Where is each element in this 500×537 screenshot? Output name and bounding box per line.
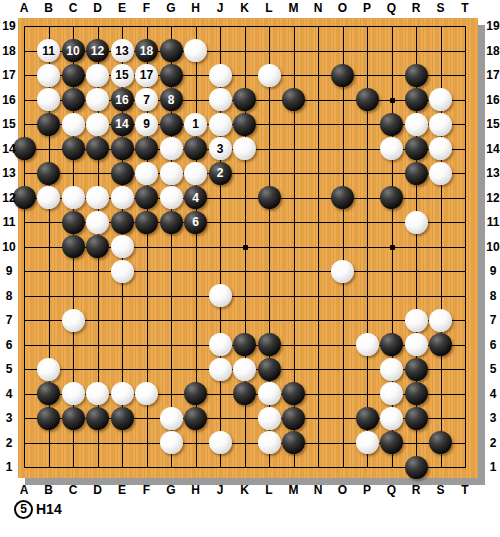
- stone-F16[interactable]: 7: [135, 88, 158, 111]
- coord-right-3: 3: [484, 411, 500, 425]
- stone-R15[interactable]: [405, 113, 428, 136]
- coord-top-D: D: [87, 1, 109, 15]
- stone-R4[interactable]: [405, 382, 428, 405]
- stone-B4[interactable]: [37, 382, 60, 405]
- coord-bottom-B: B: [38, 483, 60, 497]
- stone-F4[interactable]: [135, 382, 158, 405]
- stone-S16[interactable]: [429, 88, 452, 111]
- stone-E17[interactable]: 15: [111, 64, 134, 87]
- coord-bottom-K: K: [234, 483, 256, 497]
- coord-right-4: 4: [484, 387, 500, 401]
- stone-C3[interactable]: [62, 407, 85, 430]
- stone-S7[interactable]: [429, 309, 452, 332]
- stone-J13[interactable]: 2: [209, 162, 232, 185]
- move-number-label: 12: [91, 45, 104, 57]
- stone-L17[interactable]: [258, 64, 281, 87]
- stone-B3[interactable]: [37, 407, 60, 430]
- stone-Q5[interactable]: [380, 358, 403, 381]
- coord-top-T: T: [454, 1, 476, 15]
- stone-O17[interactable]: [331, 64, 354, 87]
- stone-K6[interactable]: [233, 333, 256, 356]
- stone-R16[interactable]: [405, 88, 428, 111]
- stone-H3[interactable]: [184, 407, 207, 430]
- move-number-label: 16: [115, 94, 128, 106]
- move-number-label: 14: [115, 118, 128, 130]
- coord-left-17: 17: [0, 68, 18, 82]
- stone-J15[interactable]: [209, 113, 232, 136]
- stone-K15[interactable]: [233, 113, 256, 136]
- stone-E3[interactable]: [111, 407, 134, 430]
- move-number-label: 4: [192, 192, 199, 204]
- stone-G13[interactable]: [160, 162, 183, 185]
- stone-C15[interactable]: [62, 113, 85, 136]
- coord-left-13: 13: [0, 166, 18, 180]
- stone-M4[interactable]: [282, 382, 305, 405]
- grid-line-horizontal-8: [24, 296, 466, 297]
- stone-G2[interactable]: [160, 431, 183, 454]
- move-number-label: 18: [140, 45, 153, 57]
- stone-M16[interactable]: [282, 88, 305, 111]
- stone-C18[interactable]: 10: [62, 39, 85, 62]
- stone-F14[interactable]: [135, 137, 158, 160]
- stone-C7[interactable]: [62, 309, 85, 332]
- move-number-label: 1: [192, 118, 199, 130]
- move-5-circle-icon: 5: [14, 500, 33, 519]
- star-point-Q16: [390, 98, 395, 103]
- stone-R13[interactable]: [405, 162, 428, 185]
- stone-C12[interactable]: [62, 186, 85, 209]
- coord-right-6: 6: [484, 338, 500, 352]
- coord-right-2: 2: [484, 436, 500, 450]
- coord-bottom-J: J: [209, 483, 231, 497]
- coord-left-7: 7: [0, 313, 18, 327]
- stone-R14[interactable]: [405, 137, 428, 160]
- stone-E15[interactable]: 14: [111, 113, 134, 136]
- coord-right-18: 18: [484, 44, 500, 58]
- stone-B5[interactable]: [37, 358, 60, 381]
- coord-left-19: 19: [0, 19, 18, 33]
- stone-Q12[interactable]: [380, 186, 403, 209]
- stone-D14[interactable]: [86, 137, 109, 160]
- coord-top-E: E: [111, 1, 133, 15]
- go-board-area: 11101213181517167814913246 AABBCCDDEEFFG…: [0, 0, 500, 500]
- coord-top-Q: Q: [381, 1, 403, 15]
- stone-B18[interactable]: 11: [37, 39, 60, 62]
- move-number-label: 2: [217, 167, 224, 179]
- coord-left-4: 4: [0, 387, 18, 401]
- coord-top-B: B: [38, 1, 60, 15]
- grid-line-vertical-O: [343, 26, 344, 468]
- move-number-label: 9: [143, 118, 150, 130]
- goban[interactable]: 11101213181517167814913246: [18, 18, 478, 478]
- coord-top-A: A: [13, 1, 35, 15]
- coord-bottom-A: A: [13, 483, 35, 497]
- coord-top-J: J: [209, 1, 231, 15]
- stone-B12[interactable]: [37, 186, 60, 209]
- stone-B15[interactable]: [37, 113, 60, 136]
- stone-K16[interactable]: [233, 88, 256, 111]
- stone-D17[interactable]: [86, 64, 109, 87]
- stone-G17[interactable]: [160, 64, 183, 87]
- coord-right-15: 15: [484, 117, 500, 131]
- stone-H13[interactable]: [184, 162, 207, 185]
- stone-G14[interactable]: [160, 137, 183, 160]
- stone-D10[interactable]: [86, 235, 109, 258]
- coord-right-13: 13: [484, 166, 500, 180]
- stone-F15[interactable]: 9: [135, 113, 158, 136]
- stone-Q15[interactable]: [380, 113, 403, 136]
- stone-F13[interactable]: [135, 162, 158, 185]
- coord-right-12: 12: [484, 191, 500, 205]
- stone-G16[interactable]: 8: [160, 88, 183, 111]
- stone-E9[interactable]: [111, 260, 134, 283]
- coord-left-15: 15: [0, 117, 18, 131]
- move-number-label: 15: [115, 69, 128, 81]
- stone-E4[interactable]: [111, 382, 134, 405]
- stone-R5[interactable]: [405, 358, 428, 381]
- stone-Q14[interactable]: [380, 137, 403, 160]
- stone-C16[interactable]: [62, 88, 85, 111]
- stone-F12[interactable]: [135, 186, 158, 209]
- coord-top-C: C: [62, 1, 84, 15]
- coord-bottom-O: O: [332, 483, 354, 497]
- stone-R11[interactable]: [405, 211, 428, 234]
- coord-bottom-L: L: [258, 483, 280, 497]
- stone-S13[interactable]: [429, 162, 452, 185]
- stone-K5[interactable]: [233, 358, 256, 381]
- stone-H18[interactable]: [184, 39, 207, 62]
- coord-bottom-S: S: [430, 483, 452, 497]
- stone-S2[interactable]: [429, 431, 452, 454]
- stone-K14[interactable]: [233, 137, 256, 160]
- stone-B16[interactable]: [37, 88, 60, 111]
- stone-L4[interactable]: [258, 382, 281, 405]
- stone-L3[interactable]: [258, 407, 281, 430]
- grid-line-vertical-T: [465, 26, 466, 468]
- stone-D12[interactable]: [86, 186, 109, 209]
- coord-top-L: L: [258, 1, 280, 15]
- coord-top-R: R: [405, 1, 427, 15]
- move-number-label: 10: [66, 45, 79, 57]
- coord-left-3: 3: [0, 411, 18, 425]
- move-number-label: 8: [168, 94, 175, 106]
- coord-left-2: 2: [0, 436, 18, 450]
- stone-G12[interactable]: [160, 186, 183, 209]
- stone-Q4[interactable]: [380, 382, 403, 405]
- stone-M3[interactable]: [282, 407, 305, 430]
- stone-H4[interactable]: [184, 382, 207, 405]
- coord-bottom-H: H: [185, 483, 207, 497]
- grid-line-horizontal-7: [24, 320, 466, 321]
- stone-F18[interactable]: 18: [135, 39, 158, 62]
- stone-E12[interactable]: [111, 186, 134, 209]
- coord-top-K: K: [234, 1, 256, 15]
- stone-H14[interactable]: [184, 137, 207, 160]
- coord-top-F: F: [136, 1, 158, 15]
- coord-left-8: 8: [0, 289, 18, 303]
- coord-bottom-N: N: [307, 483, 329, 497]
- coord-left-11: 11: [0, 215, 18, 229]
- grid-line-vertical-N: [318, 26, 319, 468]
- coord-bottom-D: D: [87, 483, 109, 497]
- coord-left-14: 14: [0, 142, 18, 156]
- move-annotation: 5 H14: [14, 497, 62, 521]
- stone-K4[interactable]: [233, 382, 256, 405]
- stone-B17[interactable]: [37, 64, 60, 87]
- stone-D4[interactable]: [86, 382, 109, 405]
- coord-top-S: S: [430, 1, 452, 15]
- coord-top-P: P: [356, 1, 378, 15]
- stone-G15[interactable]: [160, 113, 183, 136]
- stone-Q6[interactable]: [380, 333, 403, 356]
- move-5-point-label: H14: [36, 501, 62, 517]
- stone-H12[interactable]: 4: [184, 186, 207, 209]
- coord-top-O: O: [332, 1, 354, 15]
- stone-E14[interactable]: [111, 137, 134, 160]
- coord-left-9: 9: [0, 264, 18, 278]
- coord-right-17: 17: [484, 68, 500, 82]
- coord-bottom-M: M: [283, 483, 305, 497]
- stone-J2[interactable]: [209, 431, 232, 454]
- stone-C4[interactable]: [62, 382, 85, 405]
- stone-H15[interactable]: 1: [184, 113, 207, 136]
- stone-P2[interactable]: [356, 431, 379, 454]
- stone-D11[interactable]: [86, 211, 109, 234]
- coord-left-1: 1: [0, 460, 18, 474]
- stone-O12[interactable]: [331, 186, 354, 209]
- stone-C11[interactable]: [62, 211, 85, 234]
- star-point-Q10: [390, 245, 395, 250]
- move-number-label: 6: [192, 216, 199, 228]
- move-number-label: 17: [140, 69, 153, 81]
- coord-bottom-T: T: [454, 483, 476, 497]
- stone-J14[interactable]: 3: [209, 137, 232, 160]
- stone-P16[interactable]: [356, 88, 379, 111]
- stone-O9[interactable]: [331, 260, 354, 283]
- coord-bottom-C: C: [62, 483, 84, 497]
- stone-R7[interactable]: [405, 309, 428, 332]
- stone-S6[interactable]: [429, 333, 452, 356]
- stone-L12[interactable]: [258, 186, 281, 209]
- star-point-K10: [243, 245, 248, 250]
- stone-D18[interactable]: 12: [86, 39, 109, 62]
- stone-G3[interactable]: [160, 407, 183, 430]
- stone-J5[interactable]: [209, 358, 232, 381]
- coord-right-8: 8: [484, 289, 500, 303]
- coord-right-7: 7: [484, 313, 500, 327]
- stone-L2[interactable]: [258, 431, 281, 454]
- coord-left-18: 18: [0, 44, 18, 58]
- coord-left-6: 6: [0, 338, 18, 352]
- stone-E13[interactable]: [111, 162, 134, 185]
- coord-top-N: N: [307, 1, 329, 15]
- grid-line-horizontal-9: [24, 271, 466, 272]
- coord-top-G: G: [160, 1, 182, 15]
- move-number-label: 13: [115, 45, 128, 57]
- coord-right-11: 11: [484, 215, 500, 229]
- grid-line-horizontal-1: [24, 467, 466, 468]
- stone-L5[interactable]: [258, 358, 281, 381]
- stone-G18[interactable]: [160, 39, 183, 62]
- stone-D16[interactable]: [86, 88, 109, 111]
- move-number-label: 11: [42, 45, 55, 57]
- stone-R17[interactable]: [405, 64, 428, 87]
- coord-bottom-Q: Q: [381, 483, 403, 497]
- stone-M2[interactable]: [282, 431, 305, 454]
- coord-bottom-G: G: [160, 483, 182, 497]
- stone-R1[interactable]: [405, 456, 428, 479]
- stone-J16[interactable]: [209, 88, 232, 111]
- coord-left-5: 5: [0, 362, 18, 376]
- move-number-label: 7: [143, 94, 150, 106]
- stone-E11[interactable]: [111, 211, 134, 234]
- stone-R3[interactable]: [405, 407, 428, 430]
- stone-E16[interactable]: 16: [111, 88, 134, 111]
- stone-F11[interactable]: [135, 211, 158, 234]
- stone-F17[interactable]: 17: [135, 64, 158, 87]
- stone-E18[interactable]: 13: [111, 39, 134, 62]
- stone-L6[interactable]: [258, 333, 281, 356]
- stone-J17[interactable]: [209, 64, 232, 87]
- stone-S15[interactable]: [429, 113, 452, 136]
- stone-D15[interactable]: [86, 113, 109, 136]
- coord-right-10: 10: [484, 240, 500, 254]
- stone-Q2[interactable]: [380, 431, 403, 454]
- stone-G11[interactable]: [160, 211, 183, 234]
- coord-right-19: 19: [484, 19, 500, 33]
- coord-bottom-E: E: [111, 483, 133, 497]
- coord-bottom-P: P: [356, 483, 378, 497]
- stone-R6[interactable]: [405, 333, 428, 356]
- coord-right-5: 5: [484, 362, 500, 376]
- coord-top-M: M: [283, 1, 305, 15]
- stone-Q3[interactable]: [380, 407, 403, 430]
- stone-P6[interactable]: [356, 333, 379, 356]
- move-number-label: 3: [217, 143, 224, 155]
- stone-J8[interactable]: [209, 284, 232, 307]
- stone-E10[interactable]: [111, 235, 134, 258]
- coord-left-10: 10: [0, 240, 18, 254]
- stone-C10[interactable]: [62, 235, 85, 258]
- stone-P3[interactable]: [356, 407, 379, 430]
- stone-C17[interactable]: [62, 64, 85, 87]
- stone-H11[interactable]: 6: [184, 211, 207, 234]
- coord-right-1: 1: [484, 460, 500, 474]
- stone-J6[interactable]: [209, 333, 232, 356]
- coord-left-12: 12: [0, 191, 18, 205]
- coord-top-H: H: [185, 1, 207, 15]
- coord-right-16: 16: [484, 93, 500, 107]
- coord-right-14: 14: [484, 142, 500, 156]
- stone-S14[interactable]: [429, 137, 452, 160]
- coord-bottom-F: F: [136, 483, 158, 497]
- coord-bottom-R: R: [405, 483, 427, 497]
- stone-C14[interactable]: [62, 137, 85, 160]
- coord-left-16: 16: [0, 93, 18, 107]
- stone-D3[interactable]: [86, 407, 109, 430]
- coord-right-9: 9: [484, 264, 500, 278]
- stone-B13[interactable]: [37, 162, 60, 185]
